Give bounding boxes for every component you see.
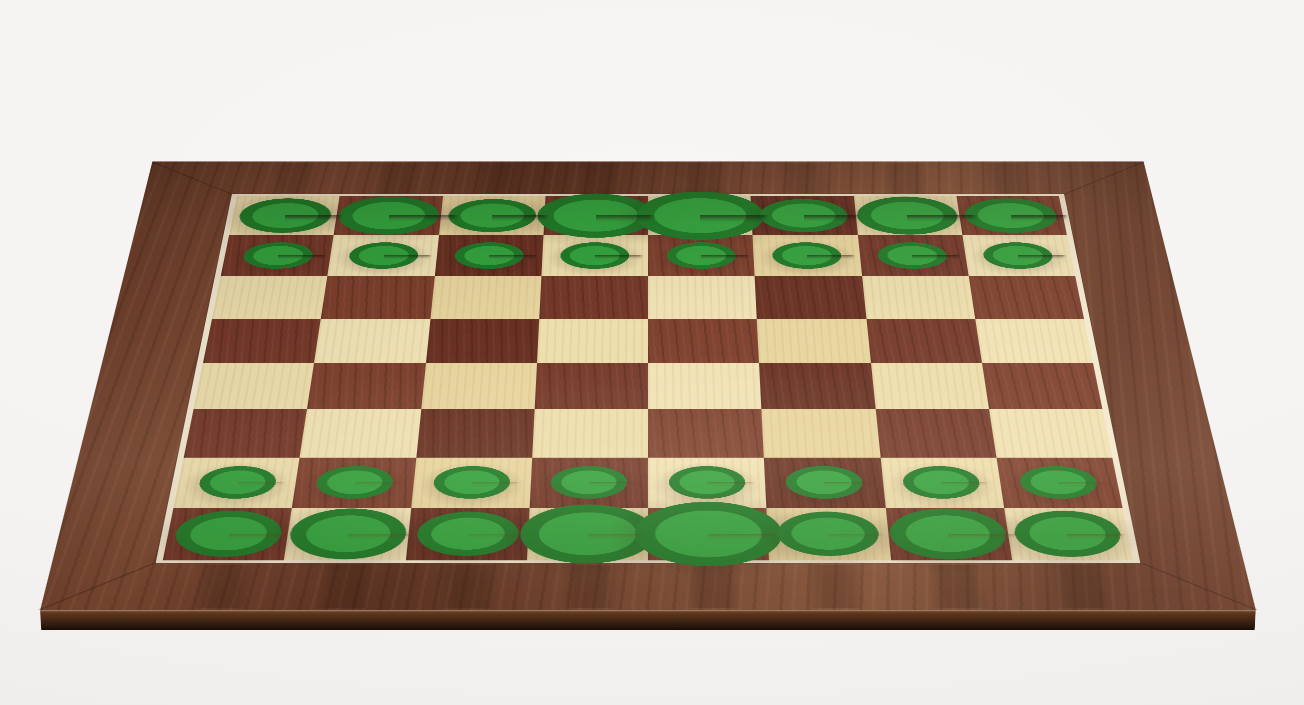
square-c8[interactable]: [439, 196, 546, 235]
square-h7[interactable]: [962, 235, 1075, 276]
board-front-edge: [40, 610, 1256, 630]
square-b8[interactable]: [334, 196, 443, 235]
square-h8[interactable]: [956, 196, 1067, 235]
piece-white-rook-h1[interactable]: ♜: [974, 354, 1163, 564]
square-e8[interactable]: [648, 196, 753, 235]
square-a7[interactable]: [221, 235, 334, 276]
square-f8[interactable]: [751, 196, 858, 235]
square-b7[interactable]: [328, 235, 439, 276]
square-a8[interactable]: [229, 196, 340, 235]
studio-backdrop: ♜♞♝♛♚♝♞♜♟♟♟♟♟♟♟♟♟♟♟♟♟♟♟♟♜♞♝♛♚♝♞♜: [0, 0, 1304, 705]
square-g8[interactable]: [853, 196, 962, 235]
frame-piece-reflection: [238, 163, 1059, 193]
chess-board: ♜♞♝♛♚♝♞♜♟♟♟♟♟♟♟♟♟♟♟♟♟♟♟♟♜♞♝♛♚♝♞♜: [40, 161, 1256, 610]
square-g7[interactable]: [857, 235, 968, 276]
square-d8[interactable]: [543, 196, 648, 235]
